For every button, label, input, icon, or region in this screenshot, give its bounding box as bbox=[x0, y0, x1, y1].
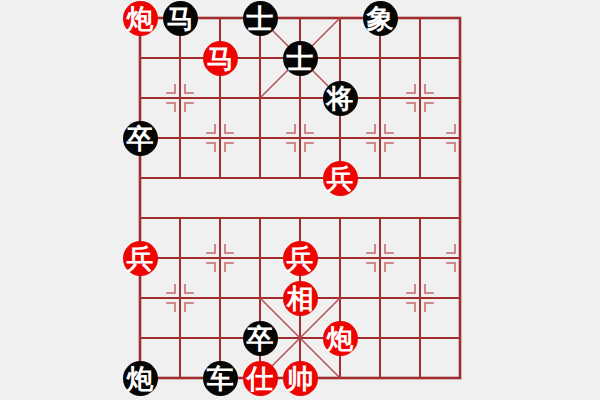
piece-red-horse[interactable]: 马 bbox=[203, 41, 238, 76]
piece-black-soldier[interactable]: 卒 bbox=[123, 121, 158, 156]
piece-red-cannon[interactable]: 炮 bbox=[323, 321, 358, 356]
piece-black-general[interactable]: 将 bbox=[323, 81, 358, 116]
piece-black-elephant[interactable]: 象 bbox=[363, 1, 398, 36]
piece-black-advisor[interactable]: 士 bbox=[243, 1, 278, 36]
piece-red-soldier[interactable]: 兵 bbox=[323, 161, 358, 196]
piece-red-soldier[interactable]: 兵 bbox=[283, 241, 318, 276]
piece-red-cannon[interactable]: 炮 bbox=[123, 1, 158, 36]
piece-red-soldier[interactable]: 兵 bbox=[123, 241, 158, 276]
screenshot-stage: 炮马士象马士将卒兵兵兵相卒炮炮车仕帅 bbox=[0, 0, 600, 400]
piece-red-elephant[interactable]: 相 bbox=[283, 281, 318, 316]
piece-black-horse[interactable]: 马 bbox=[163, 1, 198, 36]
piece-black-chariot[interactable]: 车 bbox=[203, 361, 238, 396]
piece-red-general[interactable]: 帅 bbox=[283, 361, 318, 396]
piece-red-advisor[interactable]: 仕 bbox=[243, 361, 278, 396]
xiangqi-board[interactable]: 炮马士象马士将卒兵兵兵相卒炮炮车仕帅 bbox=[120, 0, 480, 398]
piece-black-advisor[interactable]: 士 bbox=[283, 41, 318, 76]
piece-black-soldier[interactable]: 卒 bbox=[243, 321, 278, 356]
piece-layer: 炮马士象马士将卒兵兵兵相卒炮炮车仕帅 bbox=[120, 0, 480, 398]
piece-black-cannon[interactable]: 炮 bbox=[123, 361, 158, 396]
